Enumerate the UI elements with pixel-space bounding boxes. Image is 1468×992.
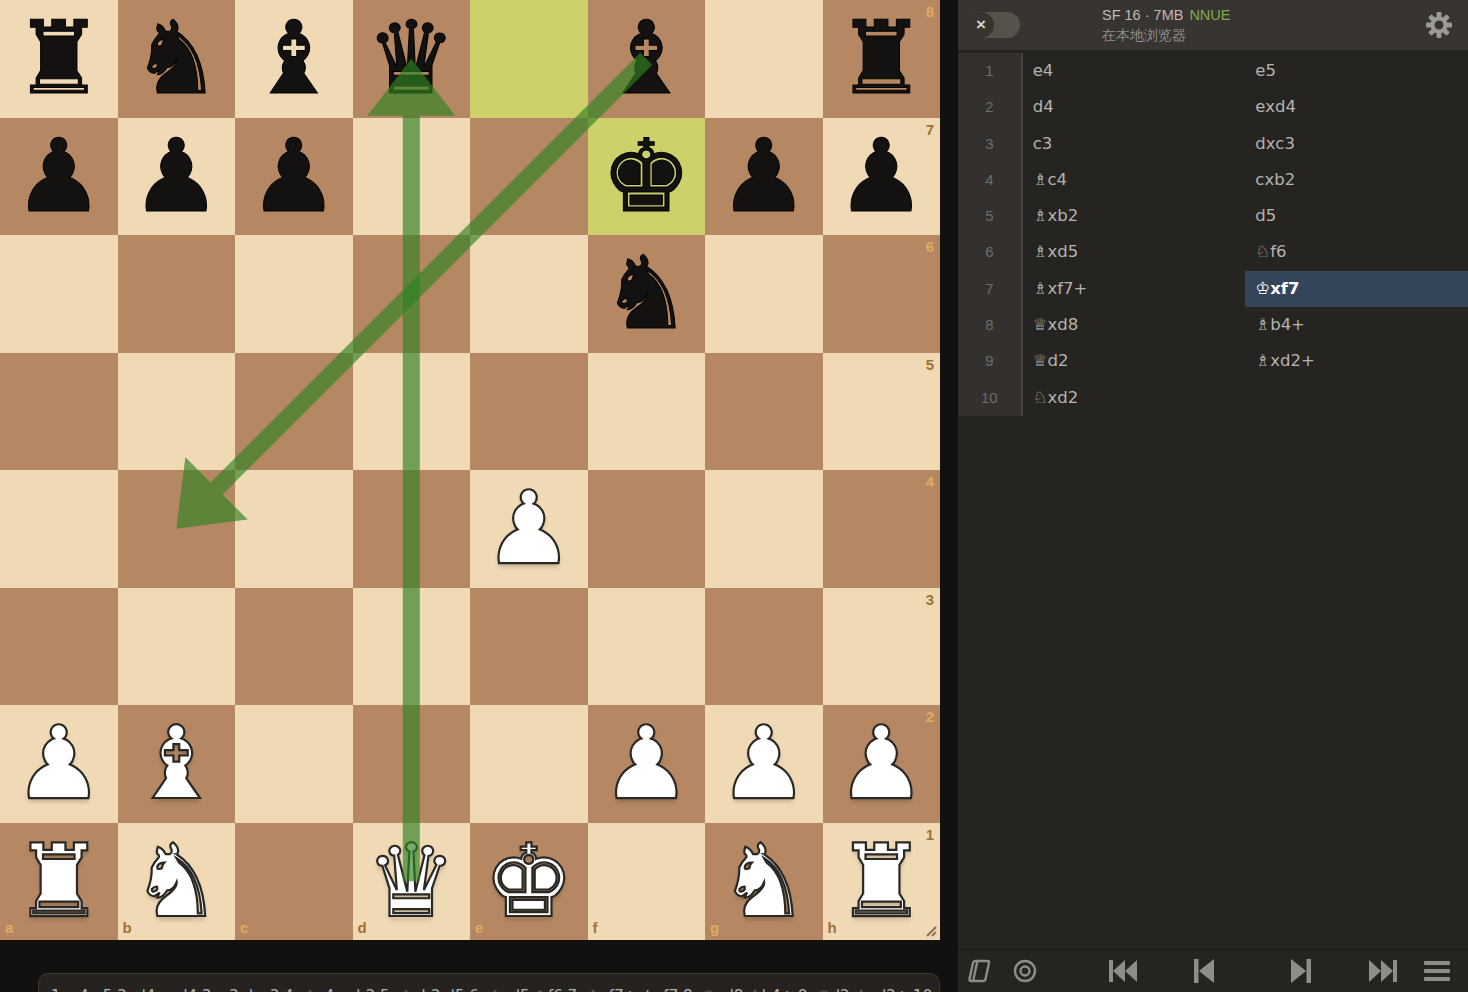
engine-info: SF 16 · 7MBNNUE 在本地浏览器 <box>1102 5 1230 45</box>
piece-black-rook-h8[interactable]: ♜ <box>823 0 941 118</box>
piece-white-pawn-e4[interactable]: ♟ <box>470 470 588 588</box>
square-g6[interactable] <box>705 235 823 353</box>
square-g5[interactable] <box>705 353 823 471</box>
piece-white-pawn-f2[interactable]: ♟ <box>588 705 706 823</box>
square-g3[interactable] <box>705 588 823 706</box>
piece-white-knight-g1[interactable]: ♞ <box>705 823 823 941</box>
move-4-white[interactable]: ♗c4 <box>1023 162 1246 198</box>
square-e3[interactable] <box>470 588 588 706</box>
square-c2[interactable] <box>235 705 353 823</box>
square-h4[interactable] <box>823 470 941 588</box>
previous-move-button[interactable] <box>1193 958 1215 984</box>
move-4-black[interactable]: cxb2 <box>1245 162 1468 198</box>
opening-book-icon[interactable] <box>967 958 995 984</box>
move-row-1: 1e4e5 <box>958 53 1468 89</box>
move-row-10: 10♘xd2 <box>958 380 1468 416</box>
move-5-black[interactable]: d5 <box>1245 198 1468 234</box>
move-6-black[interactable]: ♘f6 <box>1245 234 1468 270</box>
move-number-6: 6 <box>958 234 1023 270</box>
piece-white-king-e1[interactable]: ♚ <box>470 823 588 941</box>
piece-black-bishop-f8[interactable]: ♝ <box>588 0 706 118</box>
piece-white-queen-d1[interactable]: ♛ <box>353 823 471 941</box>
move-row-7: 7♗xf7+♔xf7 <box>958 271 1468 307</box>
square-e6[interactable] <box>470 235 588 353</box>
gear-icon[interactable] <box>1426 12 1452 38</box>
piece-black-pawn-h7[interactable]: ♟ <box>823 118 941 236</box>
square-h5[interactable] <box>823 353 941 471</box>
piece-black-knight-f6[interactable]: ♞ <box>588 235 706 353</box>
move-number-7: 7 <box>958 271 1023 307</box>
engine-location: 在本地浏览器 <box>1102 25 1230 45</box>
piece-black-pawn-a7[interactable]: ♟ <box>0 118 118 236</box>
square-f1[interactable] <box>588 823 706 941</box>
move-3-black[interactable]: dxc3 <box>1245 126 1468 162</box>
piece-black-queen-d8[interactable]: ♛ <box>353 0 471 118</box>
piece-black-pawn-b7[interactable]: ♟ <box>118 118 236 236</box>
piece-white-rook-a1[interactable]: ♜ <box>0 823 118 941</box>
last-move-highlight-e8 <box>470 0 588 118</box>
move-7-white[interactable]: ♗xf7+ <box>1023 271 1246 307</box>
square-a6[interactable] <box>0 235 118 353</box>
piece-white-pawn-h2[interactable]: ♟ <box>823 705 941 823</box>
move-2-black[interactable]: exd4 <box>1245 89 1468 125</box>
square-d6[interactable] <box>353 235 471 353</box>
square-f4[interactable] <box>588 470 706 588</box>
move-row-3: 3c3dxc3 <box>958 126 1468 162</box>
move-5-white[interactable]: ♗xb2 <box>1023 198 1246 234</box>
square-h3[interactable] <box>823 588 941 706</box>
move-9-black[interactable]: ♗xd2+ <box>1245 343 1468 379</box>
move-8-white[interactable]: ♕xd8 <box>1023 307 1246 343</box>
square-g4[interactable] <box>705 470 823 588</box>
move-1-white[interactable]: e4 <box>1023 53 1246 89</box>
move-8-black[interactable]: ♗b4+ <box>1245 307 1468 343</box>
square-c6[interactable] <box>235 235 353 353</box>
analysis-panel: × SF 16 · 7MBNNUE 在本地浏览器 1e4e52d4exd43c3… <box>958 0 1468 992</box>
square-d3[interactable] <box>353 588 471 706</box>
chess-board: ♜♞♝♛♝♜♟♟♟♚♟♟♞♟♟♝♟♟♟♜♞♛♚♞♜abcdefgh1234567… <box>0 0 940 940</box>
engine-nnue-badge: NNUE <box>1189 7 1230 23</box>
board-nav-bar <box>958 949 1468 992</box>
piece-white-knight-b1[interactable]: ♞ <box>118 823 236 941</box>
square-b3[interactable] <box>118 588 236 706</box>
square-b5[interactable] <box>118 353 236 471</box>
move-number-3: 3 <box>958 126 1023 162</box>
next-move-button[interactable] <box>1290 958 1312 984</box>
square-c4[interactable] <box>235 470 353 588</box>
engine-bar: × SF 16 · 7MBNNUE 在本地浏览器 <box>958 0 1468 50</box>
move-number-2: 2 <box>958 89 1023 125</box>
piece-white-bishop-b2[interactable]: ♝ <box>118 705 236 823</box>
square-d7[interactable] <box>353 118 471 236</box>
move-number-1: 1 <box>958 53 1023 89</box>
last-move-button[interactable] <box>1368 959 1398 983</box>
move-9-white[interactable]: ♕d2 <box>1023 343 1246 379</box>
piece-black-knight-b8[interactable]: ♞ <box>118 0 236 118</box>
square-e2[interactable] <box>470 705 588 823</box>
square-d4[interactable] <box>353 470 471 588</box>
piece-black-bishop-c8[interactable]: ♝ <box>235 0 353 118</box>
square-b6[interactable] <box>118 235 236 353</box>
square-e7[interactable] <box>470 118 588 236</box>
pgn-text: 1. e4 e5 2. d4 exd4 3. c3 dxc3 4. ♗c4 cx… <box>39 974 939 992</box>
engine-name: SF 16 · 7MB <box>1102 7 1183 23</box>
board-resize-handle[interactable] <box>920 920 938 938</box>
menu-icon[interactable] <box>1424 960 1450 982</box>
square-h6[interactable] <box>823 235 941 353</box>
move-list: 1e4e52d4exd43c3dxc34♗c4cxb25♗xb2d56♗xd5♘… <box>958 50 1468 416</box>
square-e5[interactable] <box>470 353 588 471</box>
square-a4[interactable] <box>0 470 118 588</box>
square-a3[interactable] <box>0 588 118 706</box>
move-number-10: 10 <box>958 380 1023 416</box>
move-number-8: 8 <box>958 307 1023 343</box>
pgn-input[interactable]: 1. e4 e5 2. d4 exd4 3. c3 dxc3 4. ♗c4 cx… <box>38 973 940 992</box>
piece-white-pawn-g2[interactable]: ♟ <box>705 705 823 823</box>
piece-black-pawn-c7[interactable]: ♟ <box>235 118 353 236</box>
piece-black-rook-a8[interactable]: ♜ <box>0 0 118 118</box>
square-d5[interactable] <box>353 353 471 471</box>
move-1-black[interactable]: e5 <box>1245 53 1468 89</box>
engine-toggle[interactable]: × <box>968 12 1020 38</box>
move-row-8: 8♕xd8♗b4+ <box>958 307 1468 343</box>
gauge-icon[interactable] <box>1012 958 1038 984</box>
move-10-black <box>1245 380 1468 416</box>
move-7-black[interactable]: ♔xf7 <box>1245 271 1468 307</box>
first-move-button[interactable] <box>1108 959 1138 983</box>
move-2-white[interactable]: d4 <box>1023 89 1246 125</box>
engine-toggle-off-icon: × <box>968 12 994 38</box>
move-10-white[interactable]: ♘xd2 <box>1023 380 1246 416</box>
piece-white-pawn-a2[interactable]: ♟ <box>0 705 118 823</box>
square-d2[interactable] <box>353 705 471 823</box>
move-number-5: 5 <box>958 198 1023 234</box>
move-row-2: 2d4exd4 <box>958 89 1468 125</box>
piece-black-king-f7[interactable]: ♚ <box>588 118 706 236</box>
move-number-4: 4 <box>958 162 1023 198</box>
move-row-9: 9♕d2♗xd2+ <box>958 343 1468 379</box>
square-e8[interactable] <box>470 0 588 118</box>
move-row-5: 5♗xb2d5 <box>958 198 1468 234</box>
square-f3[interactable] <box>588 588 706 706</box>
square-b4[interactable] <box>118 470 236 588</box>
square-f5[interactable] <box>588 353 706 471</box>
move-row-6: 6♗xd5♘f6 <box>958 234 1468 270</box>
square-a5[interactable] <box>0 353 118 471</box>
move-6-white[interactable]: ♗xd5 <box>1023 234 1246 270</box>
square-c3[interactable] <box>235 588 353 706</box>
move-number-9: 9 <box>958 343 1023 379</box>
piece-black-pawn-g7[interactable]: ♟ <box>705 118 823 236</box>
analysis-page: ♜♞♝♛♝♜♟♟♟♚♟♟♞♟♟♝♟♟♟♜♞♛♚♞♜abcdefgh1234567… <box>0 0 1468 992</box>
square-c1[interactable] <box>235 823 353 941</box>
square-g8[interactable] <box>705 0 823 118</box>
move-3-white[interactable]: c3 <box>1023 126 1246 162</box>
square-c5[interactable] <box>235 353 353 471</box>
move-row-4: 4♗c4cxb2 <box>958 162 1468 198</box>
